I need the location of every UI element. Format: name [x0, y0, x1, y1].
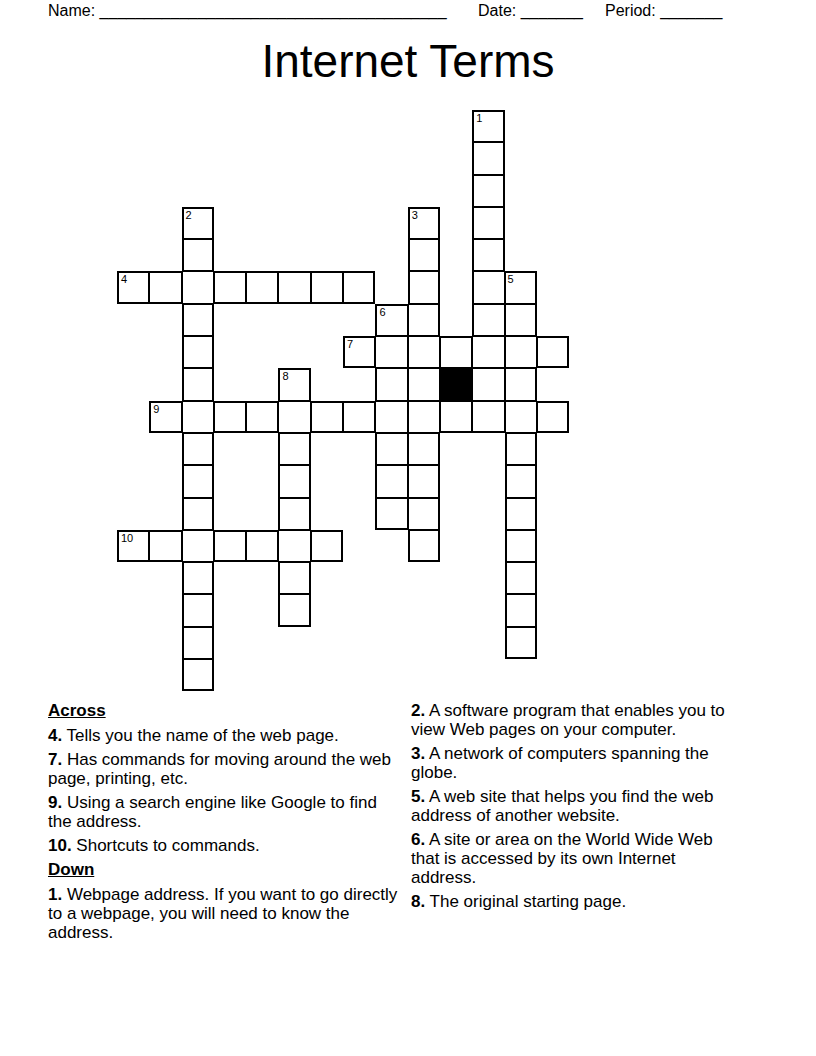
cell-number: 5: [508, 273, 514, 285]
grid-cell[interactable]: [472, 304, 504, 336]
grid-cell[interactable]: [505, 336, 537, 368]
grid-cell[interactable]: 3: [408, 207, 440, 239]
empty-space: [343, 594, 375, 626]
grid-cell[interactable]: [278, 401, 310, 433]
grid-cell[interactable]: [505, 304, 537, 336]
empty-space: [214, 433, 246, 465]
grid-cell[interactable]: [182, 659, 214, 691]
empty-space: [375, 627, 407, 659]
down-clues-list-right: 2. A software program that enables you t…: [411, 701, 745, 911]
empty-space: [214, 659, 246, 691]
empty-space: [246, 562, 278, 594]
empty-space: [246, 304, 278, 336]
grid-cell[interactable]: [311, 530, 343, 562]
empty-space: [246, 336, 278, 368]
empty-space: [311, 207, 343, 239]
empty-space: [440, 239, 472, 271]
empty-space: [472, 433, 504, 465]
empty-space: [311, 433, 343, 465]
clue-number-label: 8.: [411, 892, 425, 911]
grid-cell[interactable]: [182, 304, 214, 336]
page-title: Internet Terms: [0, 34, 816, 88]
worksheet-page: Name: __________________________________…: [0, 0, 816, 1056]
across-heading: Across: [48, 701, 404, 720]
clue-number-label: 4.: [48, 726, 62, 745]
grid-cell[interactable]: 8: [278, 368, 310, 400]
empty-space: [214, 207, 246, 239]
cell-number: 4: [121, 273, 127, 285]
empty-space: [311, 465, 343, 497]
grid-cell[interactable]: [537, 401, 569, 433]
empty-space: [278, 110, 310, 142]
clues-left-column: Across 4. Tells you the name of the web …: [48, 701, 404, 947]
empty-space: [246, 433, 278, 465]
grid-cell[interactable]: [375, 465, 407, 497]
empty-space: [311, 627, 343, 659]
empty-space: [440, 304, 472, 336]
across-clues-list: 4. Tells you the name of the web page.7.…: [48, 726, 404, 855]
grid-cell[interactable]: [278, 562, 310, 594]
empty-space: [343, 207, 375, 239]
cell-number: 1: [476, 112, 482, 124]
empty-space: [117, 304, 149, 336]
grid-cell[interactable]: [408, 368, 440, 400]
empty-space: [343, 465, 375, 497]
cell-number: 3: [412, 209, 418, 221]
grid-cell[interactable]: [505, 433, 537, 465]
clue-number-label: 10.: [48, 836, 72, 855]
empty-space: [311, 594, 343, 626]
grid-cell[interactable]: [311, 271, 343, 303]
empty-space: [537, 110, 569, 142]
empty-space: [311, 562, 343, 594]
grid-cell[interactable]: [343, 271, 375, 303]
grid-cell[interactable]: 10: [117, 530, 149, 562]
grid-cell[interactable]: [182, 239, 214, 271]
grid-cell[interactable]: [375, 433, 407, 465]
grid-cell[interactable]: [182, 498, 214, 530]
empty-space: [472, 465, 504, 497]
empty-space: [149, 110, 181, 142]
grid-cell[interactable]: [408, 433, 440, 465]
clue-4: 4. Tells you the name of the web page.: [48, 726, 404, 745]
empty-space: [117, 594, 149, 626]
empty-space: [343, 498, 375, 530]
grid-cell[interactable]: [149, 271, 181, 303]
clue-7: 7. Has commands for moving around the we…: [48, 750, 404, 788]
name-field: Name: __________________________________…: [48, 1, 447, 21]
empty-space: [343, 110, 375, 142]
grid-cell[interactable]: [408, 239, 440, 271]
empty-space: [505, 142, 537, 174]
clue-6: 6. A site or area on the World Wide Web …: [411, 830, 745, 887]
empty-space: [149, 207, 181, 239]
empty-space: [375, 530, 407, 562]
grid-cell[interactable]: [408, 530, 440, 562]
empty-space: [278, 142, 310, 174]
clue-number-label: 9.: [48, 793, 62, 812]
grid-cell[interactable]: 2: [182, 207, 214, 239]
empty-space: [117, 207, 149, 239]
date-blank-line: _______: [521, 2, 583, 19]
empty-space: [214, 594, 246, 626]
grid-cell[interactable]: [214, 530, 246, 562]
clue-9: 9. Using a search engine like Google to …: [48, 793, 404, 831]
empty-space: [117, 659, 149, 691]
date-field: Date: _______: [478, 1, 583, 21]
empty-space: [246, 142, 278, 174]
cell-number: 6: [379, 306, 385, 318]
empty-space: [246, 207, 278, 239]
empty-space: [440, 271, 472, 303]
empty-space: [149, 304, 181, 336]
empty-space: [246, 465, 278, 497]
grid-cell[interactable]: [343, 401, 375, 433]
empty-space: [214, 465, 246, 497]
empty-space: [408, 175, 440, 207]
grid-cell[interactable]: [505, 401, 537, 433]
empty-space: [149, 142, 181, 174]
empty-space: [537, 433, 569, 465]
empty-space: [537, 207, 569, 239]
grid-cell[interactable]: [408, 271, 440, 303]
empty-space: [214, 239, 246, 271]
grid-cell[interactable]: [182, 465, 214, 497]
grid-cell[interactable]: [214, 271, 246, 303]
grid-cell[interactable]: [246, 401, 278, 433]
empty-space: [343, 627, 375, 659]
empty-space: [246, 175, 278, 207]
empty-space: [440, 627, 472, 659]
empty-space: [246, 239, 278, 271]
grid-cell[interactable]: [182, 336, 214, 368]
empty-space: [278, 239, 310, 271]
empty-space: [375, 175, 407, 207]
empty-space: [537, 594, 569, 626]
empty-space: [505, 110, 537, 142]
empty-space: [117, 368, 149, 400]
empty-space: [149, 465, 181, 497]
grid-cell[interactable]: [375, 368, 407, 400]
empty-space: [440, 465, 472, 497]
empty-space: [214, 175, 246, 207]
empty-space: [408, 594, 440, 626]
empty-space: [472, 659, 504, 691]
empty-space: [375, 110, 407, 142]
empty-space: [149, 594, 181, 626]
grid-cell[interactable]: 7: [343, 336, 375, 368]
grid-cell[interactable]: [440, 401, 472, 433]
crossword-grid: 12345678910: [117, 110, 569, 691]
clue-number-label: 5.: [411, 787, 425, 806]
empty-space: [311, 239, 343, 271]
empty-space: [117, 142, 149, 174]
empty-space: [278, 336, 310, 368]
empty-space: [375, 239, 407, 271]
empty-space: [408, 627, 440, 659]
grid-cell[interactable]: [182, 401, 214, 433]
grid-cell[interactable]: [214, 401, 246, 433]
empty-space: [311, 142, 343, 174]
grid-cell[interactable]: [311, 401, 343, 433]
grid-cell[interactable]: [278, 465, 310, 497]
clue-number-label: 7.: [48, 750, 62, 769]
empty-space: [278, 304, 310, 336]
empty-space: [117, 110, 149, 142]
empty-space: [343, 304, 375, 336]
empty-space: [149, 659, 181, 691]
empty-space: [117, 433, 149, 465]
empty-space: [117, 627, 149, 659]
empty-space: [440, 175, 472, 207]
empty-space: [440, 433, 472, 465]
period-blank-line: _______: [660, 2, 722, 19]
grid-cell[interactable]: [472, 271, 504, 303]
empty-space: [505, 239, 537, 271]
empty-space: [214, 110, 246, 142]
empty-space: [537, 627, 569, 659]
clue-3: 3. A network of computers spanning the g…: [411, 744, 745, 782]
empty-space: [278, 627, 310, 659]
grid-cell[interactable]: [408, 304, 440, 336]
empty-space: [440, 110, 472, 142]
empty-space: [117, 465, 149, 497]
empty-space: [343, 175, 375, 207]
clue-number-label: 6.: [411, 830, 425, 849]
clues-right-column: 2. A software program that enables you t…: [411, 701, 745, 916]
cell-number: 7: [347, 338, 353, 350]
date-label: Date:: [478, 2, 516, 19]
empty-space: [537, 530, 569, 562]
empty-space: [311, 498, 343, 530]
empty-space: [214, 498, 246, 530]
grid-cell[interactable]: [505, 368, 537, 400]
empty-space: [537, 271, 569, 303]
empty-space: [440, 659, 472, 691]
empty-space: [375, 271, 407, 303]
clue-10: 10. Shortcuts to commands.: [48, 836, 404, 855]
grid-cell[interactable]: 4: [117, 271, 149, 303]
grid-cell[interactable]: [505, 530, 537, 562]
clue-8: 8. The original starting page.: [411, 892, 745, 911]
grid-cell[interactable]: [472, 175, 504, 207]
grid-cell[interactable]: [505, 627, 537, 659]
empty-space: [149, 627, 181, 659]
clue-5: 5. A web site that helps you find the we…: [411, 787, 745, 825]
cell-number: 9: [153, 403, 159, 415]
empty-space: [311, 304, 343, 336]
cell-number: 2: [186, 209, 192, 221]
empty-space: [472, 530, 504, 562]
grid-cell[interactable]: [375, 498, 407, 530]
grid-cell[interactable]: [472, 336, 504, 368]
empty-space: [214, 627, 246, 659]
clue-number-label: 2.: [411, 701, 425, 720]
empty-space: [311, 659, 343, 691]
empty-space: [214, 142, 246, 174]
empty-space: [246, 659, 278, 691]
empty-space: [149, 433, 181, 465]
empty-space: [149, 336, 181, 368]
grid-cell[interactable]: [149, 530, 181, 562]
empty-space: [537, 562, 569, 594]
clue-number-label: 1.: [48, 885, 62, 904]
empty-space: [440, 142, 472, 174]
grid-cell[interactable]: 1: [472, 110, 504, 142]
empty-space: [537, 239, 569, 271]
empty-space: [472, 498, 504, 530]
grid-cell[interactable]: [440, 336, 472, 368]
grid-cell[interactable]: [278, 498, 310, 530]
grid-cell[interactable]: [182, 271, 214, 303]
grid-cell[interactable]: [408, 336, 440, 368]
empty-space: [311, 368, 343, 400]
empty-space: [408, 659, 440, 691]
clue-2: 2. A software program that enables you t…: [411, 701, 745, 739]
empty-space: [537, 368, 569, 400]
cell-number: 10: [121, 532, 133, 544]
period-field: Period: _______: [605, 1, 722, 21]
empty-space: [246, 368, 278, 400]
grid-cell[interactable]: [408, 465, 440, 497]
grid-cell[interactable]: [278, 433, 310, 465]
down-heading: Down: [48, 860, 404, 879]
grid-cell[interactable]: [278, 594, 310, 626]
empty-space: [311, 175, 343, 207]
empty-space: [343, 142, 375, 174]
empty-space: [117, 498, 149, 530]
empty-space: [375, 659, 407, 691]
grid-cell[interactable]: [246, 530, 278, 562]
grid-cell[interactable]: [537, 336, 569, 368]
empty-space: [278, 175, 310, 207]
empty-space: [149, 498, 181, 530]
empty-space: [343, 562, 375, 594]
empty-space: [278, 659, 310, 691]
grid-cell[interactable]: [408, 498, 440, 530]
empty-space: [214, 562, 246, 594]
empty-space: [343, 530, 375, 562]
grid-cell[interactable]: [182, 627, 214, 659]
grid-cell[interactable]: [505, 594, 537, 626]
clue-1: 1. Webpage address. If you want to go di…: [48, 885, 404, 942]
grid-cell[interactable]: 5: [505, 271, 537, 303]
empty-space: [505, 175, 537, 207]
empty-space: [537, 659, 569, 691]
empty-space: [505, 659, 537, 691]
grid-cell[interactable]: [375, 401, 407, 433]
grid-cell[interactable]: [182, 594, 214, 626]
grid-cell[interactable]: 6: [375, 304, 407, 336]
grid-cell[interactable]: [375, 336, 407, 368]
empty-space: [182, 110, 214, 142]
empty-space: [375, 207, 407, 239]
empty-space: [343, 659, 375, 691]
name-blank-line: _______________________________________: [100, 2, 447, 19]
grid-cell[interactable]: [505, 498, 537, 530]
empty-space: [343, 368, 375, 400]
empty-space: [149, 239, 181, 271]
grid-cell[interactable]: [472, 239, 504, 271]
grid-cell[interactable]: [182, 368, 214, 400]
name-label: Name:: [48, 2, 95, 19]
grid-cell[interactable]: [505, 465, 537, 497]
empty-space: [440, 530, 472, 562]
grid-cell[interactable]: [278, 271, 310, 303]
empty-space: [311, 336, 343, 368]
empty-space: [537, 175, 569, 207]
grid-cell[interactable]: [472, 142, 504, 174]
empty-space: [537, 498, 569, 530]
empty-space: [472, 627, 504, 659]
empty-space: [440, 498, 472, 530]
empty-space: [246, 594, 278, 626]
grid-cell[interactable]: [182, 530, 214, 562]
empty-space: [117, 562, 149, 594]
empty-space: [182, 175, 214, 207]
empty-space: [246, 110, 278, 142]
grid-cell[interactable]: 9: [149, 401, 181, 433]
period-label: Period:: [605, 2, 656, 19]
black-cell: [440, 368, 472, 400]
empty-space: [375, 142, 407, 174]
empty-space: [149, 175, 181, 207]
grid-cell[interactable]: [182, 562, 214, 594]
down-clues-list-left: 1. Webpage address. If you want to go di…: [48, 885, 404, 942]
empty-space: [537, 304, 569, 336]
grid-cell[interactable]: [182, 433, 214, 465]
empty-space: [343, 433, 375, 465]
empty-space: [408, 110, 440, 142]
empty-space: [440, 207, 472, 239]
grid-cell[interactable]: [505, 562, 537, 594]
empty-space: [117, 401, 149, 433]
empty-space: [149, 562, 181, 594]
empty-space: [408, 142, 440, 174]
empty-space: [246, 498, 278, 530]
grid-cell[interactable]: [408, 401, 440, 433]
empty-space: [278, 207, 310, 239]
empty-space: [214, 336, 246, 368]
empty-space: [408, 562, 440, 594]
grid-cell[interactable]: [472, 368, 504, 400]
empty-space: [246, 627, 278, 659]
empty-space: [440, 562, 472, 594]
grid-cell[interactable]: [472, 401, 504, 433]
empty-space: [182, 142, 214, 174]
empty-space: [214, 304, 246, 336]
empty-space: [537, 465, 569, 497]
empty-space: [117, 175, 149, 207]
empty-space: [537, 142, 569, 174]
cell-number: 8: [282, 370, 288, 382]
empty-space: [375, 594, 407, 626]
empty-space: [375, 562, 407, 594]
empty-space: [149, 368, 181, 400]
empty-space: [472, 594, 504, 626]
grid-cell[interactable]: [246, 271, 278, 303]
empty-space: [117, 336, 149, 368]
empty-space: [117, 239, 149, 271]
empty-space: [214, 368, 246, 400]
empty-space: [505, 207, 537, 239]
empty-space: [440, 594, 472, 626]
empty-space: [472, 562, 504, 594]
grid-cell[interactable]: [472, 207, 504, 239]
grid-cell[interactable]: [278, 530, 310, 562]
empty-space: [343, 239, 375, 271]
clue-number-label: 3.: [411, 744, 425, 763]
